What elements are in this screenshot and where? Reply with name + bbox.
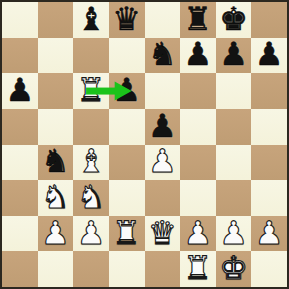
piece-white-pawn: ♟ xyxy=(184,217,213,249)
piece-white-rook: ♜ xyxy=(184,252,213,284)
piece-white-pawn: ♟ xyxy=(148,145,177,177)
square-h2[interactable]: ♟ xyxy=(251,216,287,252)
square-a3[interactable] xyxy=(2,180,38,216)
square-a2[interactable] xyxy=(2,216,38,252)
chess-board-container: ♝♛♜♚♞♟♟♟♟♜♟♟♞♝♟♞♞♟♟♜♛♟♟♟♜♚ xyxy=(0,0,289,289)
piece-black-rook: ♜ xyxy=(184,3,213,35)
piece-black-knight: ♞ xyxy=(148,38,177,70)
piece-black-pawn: ♟ xyxy=(219,38,248,70)
square-e2[interactable]: ♛ xyxy=(145,216,181,252)
piece-black-king: ♚ xyxy=(219,3,248,35)
square-h7[interactable]: ♟ xyxy=(251,38,287,74)
piece-black-queen: ♛ xyxy=(112,3,141,35)
square-f5[interactable] xyxy=(180,109,216,145)
square-h3[interactable] xyxy=(251,180,287,216)
square-h8[interactable] xyxy=(251,2,287,38)
square-f7[interactable]: ♟ xyxy=(180,38,216,74)
piece-white-bishop: ♝ xyxy=(77,145,106,177)
square-d5[interactable] xyxy=(109,109,145,145)
square-c3[interactable]: ♞ xyxy=(73,180,109,216)
square-f2[interactable]: ♟ xyxy=(180,216,216,252)
square-h4[interactable] xyxy=(251,145,287,181)
square-b8[interactable] xyxy=(38,2,74,38)
square-d2[interactable]: ♜ xyxy=(109,216,145,252)
square-g7[interactable]: ♟ xyxy=(216,38,252,74)
piece-white-pawn: ♟ xyxy=(219,217,248,249)
square-e7[interactable]: ♞ xyxy=(145,38,181,74)
piece-white-rook: ♜ xyxy=(112,217,141,249)
piece-black-pawn: ♟ xyxy=(112,74,141,106)
square-b1[interactable] xyxy=(38,251,74,287)
piece-black-pawn: ♟ xyxy=(5,74,34,106)
piece-black-knight: ♞ xyxy=(41,145,70,177)
square-a7[interactable] xyxy=(2,38,38,74)
square-g5[interactable] xyxy=(216,109,252,145)
square-h6[interactable] xyxy=(251,73,287,109)
square-b7[interactable] xyxy=(38,38,74,74)
square-c4[interactable]: ♝ xyxy=(73,145,109,181)
square-f3[interactable] xyxy=(180,180,216,216)
piece-black-pawn: ♟ xyxy=(184,38,213,70)
square-d3[interactable] xyxy=(109,180,145,216)
square-b3[interactable]: ♞ xyxy=(38,180,74,216)
square-d6[interactable]: ♟ xyxy=(109,73,145,109)
square-e6[interactable] xyxy=(145,73,181,109)
square-c5[interactable] xyxy=(73,109,109,145)
piece-white-king: ♚ xyxy=(219,252,248,284)
square-c2[interactable]: ♟ xyxy=(73,216,109,252)
piece-white-knight: ♞ xyxy=(77,181,106,213)
square-b4[interactable]: ♞ xyxy=(38,145,74,181)
square-d8[interactable]: ♛ xyxy=(109,2,145,38)
square-c8[interactable]: ♝ xyxy=(73,2,109,38)
square-g8[interactable]: ♚ xyxy=(216,2,252,38)
piece-white-rook: ♜ xyxy=(77,74,106,106)
square-e3[interactable] xyxy=(145,180,181,216)
square-g6[interactable] xyxy=(216,73,252,109)
square-e4[interactable]: ♟ xyxy=(145,145,181,181)
square-g2[interactable]: ♟ xyxy=(216,216,252,252)
square-g4[interactable] xyxy=(216,145,252,181)
square-a4[interactable] xyxy=(2,145,38,181)
square-c6[interactable]: ♜ xyxy=(73,73,109,109)
square-f1[interactable]: ♜ xyxy=(180,251,216,287)
piece-white-pawn: ♟ xyxy=(77,217,106,249)
square-d7[interactable] xyxy=(109,38,145,74)
square-b2[interactable]: ♟ xyxy=(38,216,74,252)
square-c7[interactable] xyxy=(73,38,109,74)
piece-white-pawn: ♟ xyxy=(41,217,70,249)
piece-black-bishop: ♝ xyxy=(77,3,106,35)
square-f4[interactable] xyxy=(180,145,216,181)
square-d1[interactable] xyxy=(109,251,145,287)
piece-black-pawn: ♟ xyxy=(255,38,284,70)
piece-white-knight: ♞ xyxy=(41,181,70,213)
square-a5[interactable] xyxy=(2,109,38,145)
square-e5[interactable]: ♟ xyxy=(145,109,181,145)
square-f6[interactable] xyxy=(180,73,216,109)
square-g1[interactable]: ♚ xyxy=(216,251,252,287)
square-b6[interactable] xyxy=(38,73,74,109)
square-c1[interactable] xyxy=(73,251,109,287)
square-b5[interactable] xyxy=(38,109,74,145)
square-g3[interactable] xyxy=(216,180,252,216)
square-d4[interactable] xyxy=(109,145,145,181)
square-e8[interactable] xyxy=(145,2,181,38)
piece-white-pawn: ♟ xyxy=(255,217,284,249)
square-a1[interactable] xyxy=(2,251,38,287)
square-h1[interactable] xyxy=(251,251,287,287)
piece-black-pawn: ♟ xyxy=(148,110,177,142)
chess-board: ♝♛♜♚♞♟♟♟♟♜♟♟♞♝♟♞♞♟♟♜♛♟♟♟♜♚ xyxy=(0,0,289,289)
square-a6[interactable]: ♟ xyxy=(2,73,38,109)
square-h5[interactable] xyxy=(251,109,287,145)
square-a8[interactable] xyxy=(2,2,38,38)
square-f8[interactable]: ♜ xyxy=(180,2,216,38)
square-e1[interactable] xyxy=(145,251,181,287)
piece-white-queen: ♛ xyxy=(148,217,177,249)
